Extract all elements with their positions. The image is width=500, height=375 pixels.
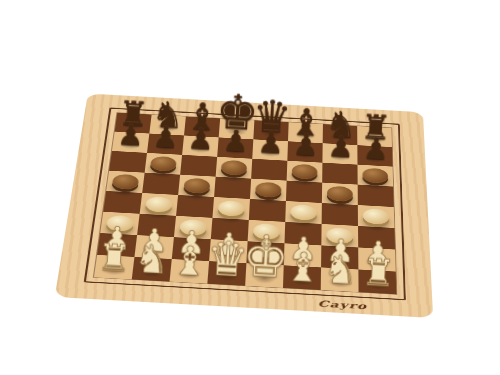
product-photo: Cayro ♜♞♝♚♛♝♞♜♟♟♟♟♟♟♟♟♟♟♟♟♟♟♟♟♜♞♝♛♚♝♞♜ <box>0 0 500 375</box>
square-g6 <box>322 162 358 184</box>
dark-pawn-glyph: ♟ <box>336 132 416 166</box>
square-e5 <box>250 178 287 200</box>
square-a4 <box>103 191 142 214</box>
square-g4 <box>322 203 358 226</box>
dark-pawn-h7: ♟ <box>357 145 392 166</box>
brand-logo: Cayro <box>317 298 367 310</box>
square-e6 <box>251 159 287 181</box>
square-e4 <box>249 199 286 222</box>
square-c5 <box>178 174 216 196</box>
light-rook-glyph: ♜ <box>335 252 421 293</box>
board-stage: Cayro ♜♞♝♚♛♝♞♜♟♟♟♟♟♟♟♟♟♟♟♟♟♟♟♟♜♞♝♛♚♝♞♜ <box>62 11 437 375</box>
light-rook-h1: ♜ <box>358 269 396 294</box>
square-h5 <box>358 184 394 206</box>
square-c4 <box>176 195 214 218</box>
square-a6 <box>109 151 147 173</box>
chess-checkers-board: Cayro ♜♞♝♚♛♝♞♜♟♟♟♟♟♟♟♟♟♟♟♟♟♟♟♟♜♞♝♛♚♝♞♜ <box>55 93 433 318</box>
square-b5 <box>142 172 180 194</box>
square-d5 <box>214 176 251 198</box>
square-c6 <box>180 155 217 177</box>
